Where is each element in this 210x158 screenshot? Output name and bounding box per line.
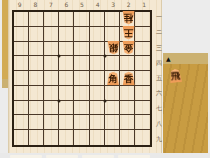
square-6八[interactable] [59, 115, 74, 130]
file-labels: 987654321 [12, 0, 152, 9]
square-5五[interactable] [74, 71, 89, 86]
square-8八[interactable] [29, 115, 44, 130]
square-5八[interactable] [74, 115, 89, 130]
square-3六[interactable] [105, 86, 120, 101]
square-9四[interactable] [14, 56, 29, 71]
square-4五[interactable] [90, 71, 105, 86]
square-8七[interactable] [29, 101, 44, 116]
square-6二[interactable] [59, 27, 74, 42]
rank-label: 二 [153, 25, 165, 40]
square-7六[interactable] [44, 86, 59, 101]
square-4四[interactable] [90, 56, 105, 71]
square-1一[interactable] [135, 12, 150, 27]
square-2九[interactable] [120, 130, 135, 145]
square-3九[interactable] [105, 130, 120, 145]
square-4八[interactable] [90, 115, 105, 130]
square-2八[interactable] [120, 115, 135, 130]
square-8四[interactable] [29, 56, 44, 71]
square-8三[interactable] [29, 42, 44, 57]
square-3四[interactable] [105, 56, 120, 71]
square-9七[interactable] [14, 101, 29, 116]
hand-piece-rook[interactable]: 飛 [168, 68, 182, 83]
square-9五[interactable] [14, 71, 29, 86]
sente-marker-icon: ▲ [166, 55, 171, 62]
file-label: 7 [43, 0, 59, 9]
square-5三[interactable] [74, 42, 89, 57]
square-6七[interactable] [59, 101, 74, 116]
square-4七[interactable] [90, 101, 105, 116]
square-8六[interactable] [29, 86, 44, 101]
square-2四[interactable] [120, 56, 135, 71]
square-5六[interactable] [74, 86, 89, 101]
square-3一[interactable] [105, 12, 120, 27]
square-9三[interactable] [14, 42, 29, 57]
square-9九[interactable] [14, 130, 29, 145]
square-8五[interactable] [29, 71, 44, 86]
square-4九[interactable] [90, 130, 105, 145]
square-1三[interactable] [135, 42, 150, 57]
square-4二[interactable] [90, 27, 105, 42]
square-7七[interactable] [44, 101, 59, 116]
square-9六[interactable] [14, 86, 29, 101]
square-1二[interactable] [135, 27, 150, 42]
square-9八[interactable] [14, 115, 29, 130]
sente-komadai-header: ▲ [163, 53, 208, 64]
square-4一[interactable] [90, 12, 105, 27]
square-8九[interactable] [29, 130, 44, 145]
square-6三[interactable] [59, 42, 74, 57]
square-3八[interactable] [105, 115, 120, 130]
square-7九[interactable] [44, 130, 59, 145]
square-1七[interactable] [135, 101, 150, 116]
square-7五[interactable] [44, 71, 59, 86]
cutoff-button[interactable] [46, 155, 78, 158]
square-7二[interactable] [44, 27, 59, 42]
square-1四[interactable] [135, 56, 150, 71]
square-4六[interactable] [90, 86, 105, 101]
square-6六[interactable] [59, 86, 74, 101]
square-5九[interactable] [74, 130, 89, 145]
file-label: 4 [90, 0, 106, 9]
square-7四[interactable] [44, 56, 59, 71]
square-4三[interactable] [90, 42, 105, 57]
square-1九[interactable] [135, 130, 150, 145]
file-label: 8 [28, 0, 44, 9]
file-label: 3 [105, 0, 121, 9]
square-6五[interactable] [59, 71, 74, 86]
square-6九[interactable] [59, 130, 74, 145]
square-2六[interactable] [120, 86, 135, 101]
square-5七[interactable] [74, 101, 89, 116]
file-label: 9 [12, 0, 28, 9]
file-label: 5 [74, 0, 90, 9]
bottom-cutoff-strip [0, 153, 210, 158]
square-6四[interactable] [59, 56, 74, 71]
square-5四[interactable] [74, 56, 89, 71]
cutoff-button[interactable] [118, 155, 150, 158]
rank-label: 一 [153, 10, 165, 25]
square-1六[interactable] [135, 86, 150, 101]
file-label: 6 [59, 0, 75, 9]
square-7三[interactable] [44, 42, 59, 57]
square-7八[interactable] [44, 115, 59, 130]
square-3七[interactable] [105, 101, 120, 116]
square-1五[interactable] [135, 71, 150, 86]
square-7一[interactable] [44, 12, 59, 27]
cutoff-button[interactable] [82, 155, 114, 158]
file-label: 1 [137, 0, 153, 9]
square-2七[interactable] [120, 101, 135, 116]
cutoff-button[interactable] [10, 155, 42, 158]
sente-komadai: ▲ 飛 [163, 53, 208, 158]
file-label: 2 [121, 0, 137, 9]
square-9二[interactable] [14, 27, 29, 42]
square-9一[interactable] [14, 12, 29, 27]
square-6一[interactable] [59, 12, 74, 27]
square-8一[interactable] [29, 12, 44, 27]
square-1八[interactable] [135, 115, 150, 130]
shogi-board: 987654321 一二三四五六七八九 桂王銀金角香 [8, 0, 162, 153]
square-3二[interactable] [105, 27, 120, 42]
square-5一[interactable] [74, 12, 89, 27]
square-8二[interactable] [29, 27, 44, 42]
square-5二[interactable] [74, 27, 89, 42]
